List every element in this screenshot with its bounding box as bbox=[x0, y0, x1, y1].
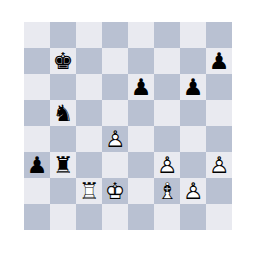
white-rook: ♜♖ bbox=[76, 178, 102, 204]
square-a5[interactable] bbox=[24, 100, 50, 126]
square-a2[interactable] bbox=[24, 178, 50, 204]
piece-glyph: ♞ bbox=[50, 100, 76, 126]
square-f1[interactable] bbox=[154, 204, 180, 230]
square-g3[interactable] bbox=[180, 152, 206, 178]
file-label-top-h bbox=[206, 0, 232, 22]
square-d2[interactable]: ♚♔ bbox=[102, 178, 128, 204]
square-e7[interactable] bbox=[128, 48, 154, 74]
square-e2[interactable] bbox=[128, 178, 154, 204]
square-a6[interactable] bbox=[24, 74, 50, 100]
square-c7[interactable] bbox=[76, 48, 102, 74]
piece-glyph: ♜ bbox=[50, 152, 76, 178]
square-h6[interactable] bbox=[206, 74, 232, 100]
square-b3[interactable]: ♜ bbox=[50, 152, 76, 178]
square-a8[interactable] bbox=[24, 22, 50, 48]
square-a7[interactable] bbox=[24, 48, 50, 74]
square-c4[interactable] bbox=[76, 126, 102, 152]
square-h2[interactable] bbox=[206, 178, 232, 204]
square-e4[interactable] bbox=[128, 126, 154, 152]
white-king: ♚♔ bbox=[102, 178, 128, 204]
corner-spacer bbox=[232, 230, 256, 257]
square-f5[interactable] bbox=[154, 100, 180, 126]
square-f6[interactable] bbox=[154, 74, 180, 100]
piece-outline: ♖ bbox=[76, 178, 102, 204]
file-label-bottom-e bbox=[128, 230, 154, 257]
square-h7[interactable]: ♟ bbox=[206, 48, 232, 74]
chess-diagram: ♚♟♟♟♞♟♙♟♜♟♙♟♙♜♖♚♔♝♗♟♙ bbox=[0, 0, 256, 257]
file-label-top-e bbox=[128, 0, 154, 22]
square-c3[interactable] bbox=[76, 152, 102, 178]
rank-label-right-6 bbox=[232, 74, 256, 100]
rank-label-right-1 bbox=[232, 204, 256, 230]
rank-label-right-4 bbox=[232, 126, 256, 152]
black-pawn: ♟ bbox=[24, 152, 50, 178]
file-label-top-c bbox=[76, 0, 102, 22]
rank-label-left-6 bbox=[0, 74, 24, 100]
square-g7[interactable] bbox=[180, 48, 206, 74]
square-h8[interactable] bbox=[206, 22, 232, 48]
rank-label-left-7 bbox=[0, 48, 24, 74]
rank-label-left-8 bbox=[0, 22, 24, 48]
square-d5[interactable] bbox=[102, 100, 128, 126]
square-f4[interactable] bbox=[154, 126, 180, 152]
square-h1[interactable] bbox=[206, 204, 232, 230]
square-g8[interactable] bbox=[180, 22, 206, 48]
square-d6[interactable] bbox=[102, 74, 128, 100]
file-label-bottom-h bbox=[206, 230, 232, 257]
square-g4[interactable] bbox=[180, 126, 206, 152]
file-label-top-g bbox=[180, 0, 206, 22]
square-h3[interactable]: ♟♙ bbox=[206, 152, 232, 178]
square-g1[interactable] bbox=[180, 204, 206, 230]
square-c8[interactable] bbox=[76, 22, 102, 48]
black-pawn: ♟ bbox=[128, 74, 154, 100]
piece-glyph: ♟ bbox=[24, 152, 50, 178]
piece-outline: ♙ bbox=[180, 178, 206, 204]
rank-label-left-4 bbox=[0, 126, 24, 152]
white-bishop: ♝♗ bbox=[154, 178, 180, 204]
file-label-top-b bbox=[50, 0, 76, 22]
white-pawn: ♟♙ bbox=[102, 126, 128, 152]
file-label-bottom-c bbox=[76, 230, 102, 257]
square-b6[interactable] bbox=[50, 74, 76, 100]
corner-spacer bbox=[0, 0, 24, 22]
square-c6[interactable] bbox=[76, 74, 102, 100]
piece-outline: ♙ bbox=[206, 152, 232, 178]
piece-glyph: ♟ bbox=[180, 74, 206, 100]
black-pawn: ♟ bbox=[206, 48, 232, 74]
square-b5[interactable]: ♞ bbox=[50, 100, 76, 126]
square-g6[interactable]: ♟ bbox=[180, 74, 206, 100]
file-label-top-a bbox=[24, 0, 50, 22]
square-c2[interactable]: ♜♖ bbox=[76, 178, 102, 204]
black-rook: ♜ bbox=[50, 152, 76, 178]
piece-outline: ♙ bbox=[154, 152, 180, 178]
square-e1[interactable] bbox=[128, 204, 154, 230]
piece-outline: ♗ bbox=[154, 178, 180, 204]
rank-label-left-2 bbox=[0, 178, 24, 204]
white-pawn: ♟♙ bbox=[154, 152, 180, 178]
square-c5[interactable] bbox=[76, 100, 102, 126]
black-knight: ♞ bbox=[50, 100, 76, 126]
file-label-bottom-g bbox=[180, 230, 206, 257]
rank-label-left-1 bbox=[0, 204, 24, 230]
square-d8[interactable] bbox=[102, 22, 128, 48]
square-c1[interactable] bbox=[76, 204, 102, 230]
rank-label-right-8 bbox=[232, 22, 256, 48]
square-a3[interactable]: ♟ bbox=[24, 152, 50, 178]
piece-glyph: ♟ bbox=[206, 48, 232, 74]
white-pawn: ♟♙ bbox=[180, 178, 206, 204]
square-e6[interactable]: ♟ bbox=[128, 74, 154, 100]
rank-label-right-5 bbox=[232, 100, 256, 126]
file-label-bottom-b bbox=[50, 230, 76, 257]
piece-glyph: ♚ bbox=[50, 48, 76, 74]
square-f3[interactable]: ♟♙ bbox=[154, 152, 180, 178]
square-b7[interactable]: ♚ bbox=[50, 48, 76, 74]
square-d3[interactable] bbox=[102, 152, 128, 178]
black-pawn: ♟ bbox=[180, 74, 206, 100]
rank-label-left-5 bbox=[0, 100, 24, 126]
square-b1[interactable] bbox=[50, 204, 76, 230]
square-e8[interactable] bbox=[128, 22, 154, 48]
square-f8[interactable] bbox=[154, 22, 180, 48]
black-king: ♚ bbox=[50, 48, 76, 74]
square-g2[interactable]: ♟♙ bbox=[180, 178, 206, 204]
square-d1[interactable] bbox=[102, 204, 128, 230]
square-e5[interactable] bbox=[128, 100, 154, 126]
square-d7[interactable] bbox=[102, 48, 128, 74]
rank-label-right-2 bbox=[232, 178, 256, 204]
file-label-bottom-f bbox=[154, 230, 180, 257]
square-h5[interactable] bbox=[206, 100, 232, 126]
square-g5[interactable] bbox=[180, 100, 206, 126]
square-d4[interactable]: ♟♙ bbox=[102, 126, 128, 152]
corner-spacer bbox=[232, 0, 256, 22]
file-label-top-f bbox=[154, 0, 180, 22]
corner-spacer bbox=[0, 230, 24, 257]
white-pawn: ♟♙ bbox=[206, 152, 232, 178]
square-f7[interactable] bbox=[154, 48, 180, 74]
file-label-bottom-d bbox=[102, 230, 128, 257]
square-a1[interactable] bbox=[24, 204, 50, 230]
square-a4[interactable] bbox=[24, 126, 50, 152]
square-b2[interactable] bbox=[50, 178, 76, 204]
rank-label-right-3 bbox=[232, 152, 256, 178]
square-b8[interactable] bbox=[50, 22, 76, 48]
rank-label-right-7 bbox=[232, 48, 256, 74]
square-e3[interactable] bbox=[128, 152, 154, 178]
piece-outline: ♔ bbox=[102, 178, 128, 204]
file-label-bottom-a bbox=[24, 230, 50, 257]
piece-glyph: ♟ bbox=[128, 74, 154, 100]
file-label-top-d bbox=[102, 0, 128, 22]
piece-outline: ♙ bbox=[102, 126, 128, 152]
square-f2[interactable]: ♝♗ bbox=[154, 178, 180, 204]
square-b4[interactable] bbox=[50, 126, 76, 152]
square-h4[interactable] bbox=[206, 126, 232, 152]
rank-label-left-3 bbox=[0, 152, 24, 178]
